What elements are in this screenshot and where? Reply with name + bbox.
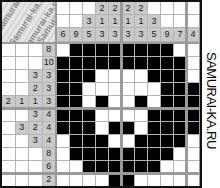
grid-cell[interactable] (109, 44, 121, 56)
col-clue-cell: 9 (161, 28, 173, 40)
row-clue-cell (2, 122, 15, 134)
grid-cell[interactable] (70, 161, 82, 173)
row-clue-cell (16, 70, 29, 82)
row-clue-cell: 4 (43, 135, 56, 147)
col-clue-cell (148, 2, 160, 14)
grid-cell[interactable] (70, 122, 82, 134)
col-clue-cell: 2 (135, 2, 147, 14)
col-clue-cell (161, 15, 173, 27)
row-clue-cell (2, 148, 15, 160)
grid-cell[interactable] (187, 122, 199, 134)
grid-cell[interactable] (122, 96, 134, 108)
row-clue-cell (2, 135, 15, 147)
puzzle-grid (57, 44, 199, 186)
col-clue-cell: 3 (122, 28, 134, 40)
grid-cell[interactable] (187, 161, 199, 173)
grid-cell[interactable] (57, 57, 69, 69)
row-clue-cell: 2 (29, 83, 42, 95)
row-clue-cell: 3 (29, 70, 42, 82)
col-clue-cell (161, 2, 173, 14)
row-clue-cell: 2 (2, 96, 15, 108)
col-clue-cell: 3 (109, 28, 121, 40)
row-clue-cell (2, 83, 15, 95)
site-banner: SAMURAI-KA.RU (202, 0, 220, 188)
grid-cell[interactable] (187, 174, 199, 186)
row-clue-cell: 6 (43, 161, 56, 173)
col-clue-cell: 1 (122, 15, 134, 27)
grid-cell[interactable] (148, 135, 160, 147)
grid-cell[interactable] (174, 148, 186, 160)
row-clue-cell (16, 44, 29, 56)
grid-cell[interactable] (161, 161, 173, 173)
grid-cell[interactable] (174, 135, 186, 147)
col-clue-cell: 9 (70, 28, 82, 40)
grid-cell[interactable] (96, 122, 108, 134)
grid-cell[interactable] (174, 96, 186, 108)
grid-cell[interactable] (83, 57, 95, 69)
grid-cell[interactable] (174, 109, 186, 121)
grid-cell[interactable] (57, 83, 69, 95)
grid-cell[interactable] (83, 44, 95, 56)
grid-cell[interactable] (161, 109, 173, 121)
grid-cell[interactable] (109, 135, 121, 147)
col-clue-cell (187, 2, 199, 14)
grid-cell[interactable] (148, 70, 160, 82)
grid-cell[interactable] (135, 148, 147, 160)
grid-cell[interactable] (70, 148, 82, 160)
grid-cell[interactable] (148, 83, 160, 95)
grid-cell[interactable] (96, 96, 108, 108)
grid-cell[interactable] (57, 148, 69, 160)
row-clue-cell: 3 (43, 83, 56, 95)
grid-cell[interactable] (83, 70, 95, 82)
row-clue-cell: 3 (16, 122, 29, 134)
row-clue-cell (16, 57, 29, 69)
col-clue-cell: 5 (148, 28, 160, 40)
col-clue-cell: 2 (109, 2, 121, 14)
grid-cell[interactable] (83, 109, 95, 121)
row-clue-cell (16, 135, 29, 147)
row-clue-cell (16, 161, 29, 173)
grid-cell[interactable] (135, 161, 147, 173)
col-clue-cell: 4 (187, 28, 199, 40)
grid-cell[interactable] (174, 122, 186, 134)
grid-cell[interactable] (83, 83, 95, 95)
grid-cell[interactable] (161, 70, 173, 82)
grid-cell[interactable] (122, 122, 134, 134)
grid-cell[interactable] (109, 161, 121, 173)
row-clue-cell (29, 161, 42, 173)
grid-cell[interactable] (187, 135, 199, 147)
col-clue-cell (70, 15, 82, 27)
grid-cell[interactable] (96, 109, 108, 121)
grid-cell[interactable] (96, 44, 108, 56)
grid-cell[interactable] (83, 148, 95, 160)
grid-cell[interactable] (109, 96, 121, 108)
grid-cell[interactable] (187, 44, 199, 56)
row-clue-cell: 8 (43, 44, 56, 56)
col-clue-cell: 3 (135, 28, 147, 40)
grid-cell[interactable] (96, 161, 108, 173)
row-clue-cell: 1 (29, 96, 42, 108)
grid-cell[interactable] (187, 148, 199, 160)
grid-cell[interactable] (122, 135, 134, 147)
grid-cell[interactable] (109, 70, 121, 82)
row-clue-cell: 2 (43, 174, 56, 186)
col-clue-cell: 2 (96, 2, 108, 14)
grid-cell[interactable] (122, 174, 134, 186)
grid-cell[interactable] (135, 83, 147, 95)
grid-cell[interactable] (187, 96, 199, 108)
row-clue-cell: 3 (29, 135, 42, 147)
grid-cell[interactable] (135, 57, 147, 69)
row-clue-cell (2, 44, 15, 56)
grid-cell[interactable] (148, 57, 160, 69)
grid-cell[interactable] (96, 70, 108, 82)
grid-cell[interactable] (96, 135, 108, 147)
grid-cell[interactable] (122, 57, 134, 69)
col-clue-cell (83, 2, 95, 14)
grid-cell[interactable] (96, 174, 108, 186)
grid-cell[interactable] (148, 174, 160, 186)
row-clue-cell (2, 70, 15, 82)
col-clue-cell: 3 (148, 15, 160, 27)
row-clue-cell: 3 (43, 70, 56, 82)
grid-cell[interactable] (57, 109, 69, 121)
grid-cell[interactable] (161, 96, 173, 108)
grid-cell[interactable] (83, 96, 95, 108)
row-clue-cell (29, 57, 42, 69)
grid-cell[interactable] (122, 70, 134, 82)
grid-cell[interactable] (161, 135, 173, 147)
row-clue-cell: 10 (43, 57, 56, 69)
grid-cell[interactable] (187, 57, 199, 69)
col-clue-cell (174, 2, 186, 14)
grid-cell[interactable] (57, 135, 69, 147)
row-clue-cell (2, 161, 15, 173)
row-clue-cell (2, 109, 15, 121)
grid-cell[interactable] (135, 44, 147, 56)
column-clues-area: 222231111369533335974 (57, 2, 199, 42)
row-clue-cell (16, 148, 29, 160)
grid-cell[interactable] (96, 148, 108, 160)
watermark-block: Samurai-ka.ru Samurai-ka.ru Samurai-ka.r… (2, 2, 55, 42)
grid-cell[interactable] (122, 109, 134, 121)
col-clue-cell: 6 (57, 28, 69, 40)
col-clue-cell (57, 2, 69, 14)
grid-cell[interactable] (122, 83, 134, 95)
grid-cell[interactable] (109, 174, 121, 186)
grid-cell[interactable] (57, 122, 69, 134)
grid-cell[interactable] (187, 109, 199, 121)
row-clue-cell: 2 (29, 122, 42, 134)
grid-cell[interactable] (135, 122, 147, 134)
col-clue-cell: 1 (109, 15, 121, 27)
grid-cell[interactable] (109, 57, 121, 69)
row-clue-cell: 3 (29, 109, 42, 121)
grid-cell[interactable] (148, 44, 160, 56)
grid-cell[interactable] (122, 161, 134, 173)
grid-cell[interactable] (70, 174, 82, 186)
grid-cell[interactable] (83, 122, 95, 134)
grid-cell[interactable] (96, 57, 108, 69)
col-clue-cell (187, 15, 199, 27)
grid-cell[interactable] (135, 135, 147, 147)
grid-cell[interactable] (174, 161, 186, 173)
grid-cell[interactable] (161, 57, 173, 69)
grid-cell[interactable] (161, 174, 173, 186)
grid-cell[interactable] (57, 70, 69, 82)
grid-cell[interactable] (174, 70, 186, 82)
grid-cell[interactable] (57, 161, 69, 173)
row-clue-cell: 4 (43, 109, 56, 121)
grid-cell[interactable] (148, 122, 160, 134)
col-clue-cell: 7 (174, 28, 186, 40)
col-clue-cell: 1 (135, 15, 147, 27)
col-clue-cell (174, 15, 186, 27)
grid-cell[interactable] (57, 44, 69, 56)
grid-cell[interactable] (70, 83, 82, 95)
col-clue-cell: 2 (122, 2, 134, 14)
grid-cell[interactable] (161, 83, 173, 95)
grid-cell[interactable] (109, 109, 121, 121)
grid-cell[interactable] (148, 148, 160, 160)
col-clue-cell: 5 (83, 28, 95, 40)
grid-cell[interactable] (70, 44, 82, 56)
grid-cell[interactable] (161, 122, 173, 134)
grid-cell[interactable] (174, 44, 186, 56)
grid-cell[interactable] (70, 96, 82, 108)
grid-cell[interactable] (161, 148, 173, 160)
grid-cell[interactable] (174, 174, 186, 186)
row-clue-cell (29, 174, 42, 186)
row-clue-cell (2, 57, 15, 69)
nonogram-board: Samurai-ka.ru Samurai-ka.ru Samurai-ka.r… (0, 0, 202, 188)
grid-cell[interactable] (57, 174, 69, 186)
grid-cell[interactable] (187, 70, 199, 82)
grid-cell[interactable] (161, 44, 173, 56)
grid-cell[interactable] (70, 109, 82, 121)
row-clues-area: 810332321133432434862 (2, 44, 55, 186)
row-clue-cell (16, 83, 29, 95)
col-clue-cell (70, 2, 82, 14)
grid-cell[interactable] (135, 96, 147, 108)
grid-cell[interactable] (148, 109, 160, 121)
grid-cell[interactable] (83, 174, 95, 186)
grid-cell[interactable] (174, 83, 186, 95)
grid-cell[interactable] (148, 161, 160, 173)
grid-cell[interactable] (122, 44, 134, 56)
grid-cell[interactable] (83, 135, 95, 147)
col-clue-cell: 1 (96, 15, 108, 27)
grid-cell[interactable] (109, 122, 121, 134)
grid-cell[interactable] (135, 174, 147, 186)
grid-cell[interactable] (109, 83, 121, 95)
grid-cell[interactable] (148, 96, 160, 108)
row-clue-cell (29, 148, 42, 160)
col-clue-cell: 3 (83, 15, 95, 27)
row-clue-cell (29, 44, 42, 56)
grid-cell[interactable] (83, 161, 95, 173)
row-clue-cell (16, 109, 29, 121)
grid-cell[interactable] (96, 83, 108, 95)
grid-cell[interactable] (70, 70, 82, 82)
grid-cell[interactable] (57, 96, 69, 108)
grid-cell[interactable] (70, 57, 82, 69)
grid-cell[interactable] (70, 135, 82, 147)
grid-cell[interactable] (174, 57, 186, 69)
grid-cell[interactable] (135, 109, 147, 121)
grid-cell[interactable] (187, 83, 199, 95)
row-clue-cell: 8 (43, 148, 56, 160)
col-clue-cell (57, 15, 69, 27)
grid-cell[interactable] (135, 70, 147, 82)
nonogram-page: Samurai-ka.ru Samurai-ka.ru Samurai-ka.r… (0, 0, 220, 188)
grid-cell[interactable] (109, 148, 121, 160)
row-clue-cell: 4 (43, 122, 56, 134)
col-clue-cell: 3 (96, 28, 108, 40)
site-url-vertical: SAMURAI-KA.RU (204, 52, 219, 188)
grid-cell[interactable] (122, 148, 134, 160)
row-clue-cell (2, 174, 15, 186)
row-clue-cell: 1 (16, 96, 29, 108)
row-clue-cell (16, 174, 29, 186)
row-clue-cell: 3 (43, 96, 56, 108)
